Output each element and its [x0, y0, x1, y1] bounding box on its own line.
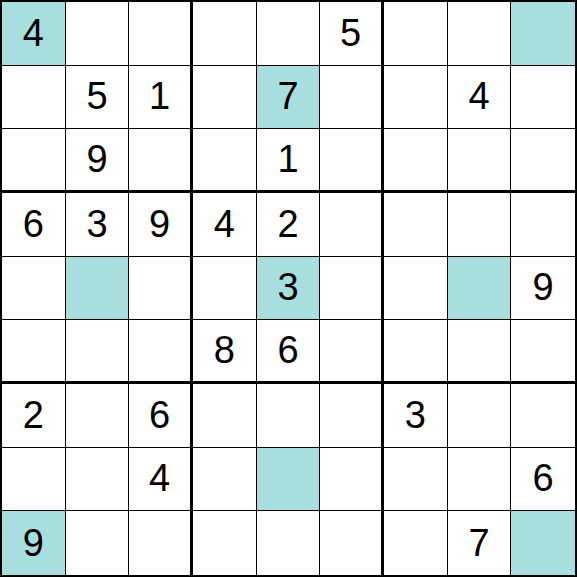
cell-r7c1[interactable]: 2: [2, 384, 66, 448]
cell-r5c2[interactable]: [66, 257, 130, 321]
cell-r3c4[interactable]: [193, 129, 257, 193]
cell-r8c1[interactable]: [2, 448, 66, 512]
cell-r6c8[interactable]: [448, 320, 512, 384]
cell-r1c7[interactable]: [384, 2, 448, 66]
cell-r6c3[interactable]: [129, 320, 193, 384]
cell-r9c4[interactable]: [193, 511, 257, 575]
cell-r4c8[interactable]: [448, 193, 512, 257]
cell-r9c7[interactable]: [384, 511, 448, 575]
cell-r1c4[interactable]: [193, 2, 257, 66]
cell-r9c6[interactable]: [320, 511, 384, 575]
cell-r4c6[interactable]: [320, 193, 384, 257]
cell-r7c7[interactable]: 3: [384, 384, 448, 448]
cell-r1c1[interactable]: 4: [2, 2, 66, 66]
cell-r8c4[interactable]: [193, 448, 257, 512]
cell-r9c2[interactable]: [66, 511, 130, 575]
cell-r9c8[interactable]: 7: [448, 511, 512, 575]
cell-r4c9[interactable]: [511, 193, 575, 257]
cell-r8c8[interactable]: [448, 448, 512, 512]
sudoku-board: 455174916394239862634697: [0, 0, 577, 577]
cell-r2c7[interactable]: [384, 66, 448, 130]
cell-r3c8[interactable]: [448, 129, 512, 193]
cell-r9c9[interactable]: [511, 511, 575, 575]
cell-r6c2[interactable]: [66, 320, 130, 384]
cell-r3c2[interactable]: 9: [66, 129, 130, 193]
cell-r4c5[interactable]: 2: [257, 193, 321, 257]
cell-r7c8[interactable]: [448, 384, 512, 448]
cell-r5c6[interactable]: [320, 257, 384, 321]
cell-r3c3[interactable]: [129, 129, 193, 193]
cell-r5c3[interactable]: [129, 257, 193, 321]
cell-r6c5[interactable]: 6: [257, 320, 321, 384]
cell-r9c1[interactable]: 9: [2, 511, 66, 575]
cell-r2c8[interactable]: 4: [448, 66, 512, 130]
cell-r8c6[interactable]: [320, 448, 384, 512]
cell-r8c5[interactable]: [257, 448, 321, 512]
cell-r1c2[interactable]: [66, 2, 130, 66]
cell-r8c9[interactable]: 6: [511, 448, 575, 512]
cell-r7c3[interactable]: 6: [129, 384, 193, 448]
cell-r9c3[interactable]: [129, 511, 193, 575]
cell-r2c3[interactable]: 1: [129, 66, 193, 130]
cell-r2c1[interactable]: [2, 66, 66, 130]
cell-r1c3[interactable]: [129, 2, 193, 66]
cell-r2c6[interactable]: [320, 66, 384, 130]
cell-r2c5[interactable]: 7: [257, 66, 321, 130]
cell-r3c7[interactable]: [384, 129, 448, 193]
cell-r8c7[interactable]: [384, 448, 448, 512]
cell-r4c7[interactable]: [384, 193, 448, 257]
cell-r2c4[interactable]: [193, 66, 257, 130]
cell-r6c7[interactable]: [384, 320, 448, 384]
cell-r4c4[interactable]: 4: [193, 193, 257, 257]
cell-r8c3[interactable]: 4: [129, 448, 193, 512]
cell-r5c4[interactable]: [193, 257, 257, 321]
cell-r3c9[interactable]: [511, 129, 575, 193]
cell-r5c1[interactable]: [2, 257, 66, 321]
cell-r5c9[interactable]: 9: [511, 257, 575, 321]
cell-r1c9[interactable]: [511, 2, 575, 66]
cell-r6c6[interactable]: [320, 320, 384, 384]
cell-r8c2[interactable]: [66, 448, 130, 512]
cell-r5c5[interactable]: 3: [257, 257, 321, 321]
cell-r3c6[interactable]: [320, 129, 384, 193]
cell-r5c7[interactable]: [384, 257, 448, 321]
cell-r7c2[interactable]: [66, 384, 130, 448]
cell-r7c6[interactable]: [320, 384, 384, 448]
cell-r7c5[interactable]: [257, 384, 321, 448]
cell-r4c1[interactable]: 6: [2, 193, 66, 257]
cell-r2c2[interactable]: 5: [66, 66, 130, 130]
cell-r9c5[interactable]: [257, 511, 321, 575]
cell-r3c5[interactable]: 1: [257, 129, 321, 193]
cell-r2c9[interactable]: [511, 66, 575, 130]
cell-r6c9[interactable]: [511, 320, 575, 384]
cell-r6c1[interactable]: [2, 320, 66, 384]
cell-r7c9[interactable]: [511, 384, 575, 448]
cell-r3c1[interactable]: [2, 129, 66, 193]
cell-r5c8[interactable]: [448, 257, 512, 321]
cell-r6c4[interactable]: 8: [193, 320, 257, 384]
cell-r1c8[interactable]: [448, 2, 512, 66]
cell-r1c6[interactable]: 5: [320, 2, 384, 66]
cell-r7c4[interactable]: [193, 384, 257, 448]
cell-r4c3[interactable]: 9: [129, 193, 193, 257]
cell-r1c5[interactable]: [257, 2, 321, 66]
cell-r4c2[interactable]: 3: [66, 193, 130, 257]
